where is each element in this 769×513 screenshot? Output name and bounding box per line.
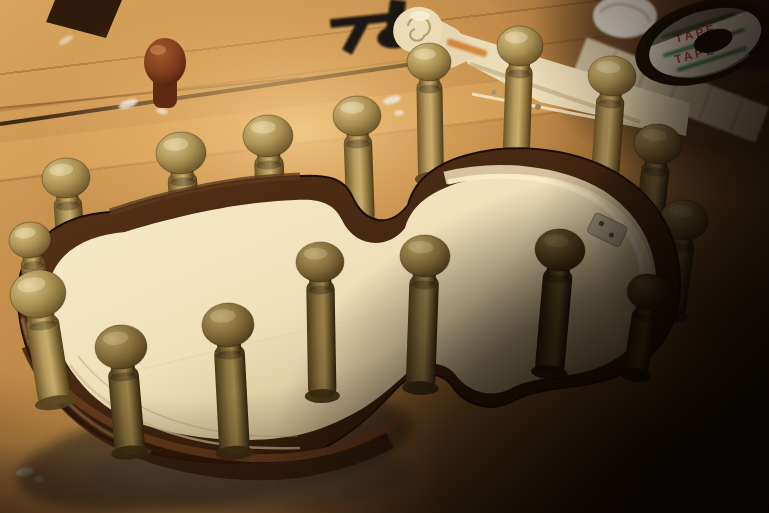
photo-violin-glue-up: TAPE TAPE bbox=[0, 0, 769, 513]
scene-canvas: TAPE TAPE bbox=[0, 0, 769, 513]
